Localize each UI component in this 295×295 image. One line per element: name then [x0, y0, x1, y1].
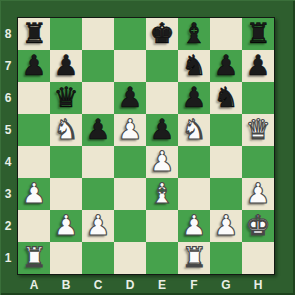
square-e3[interactable]: ♝: [146, 178, 178, 210]
square-g3[interactable]: [210, 178, 242, 210]
file-label-d: D: [114, 275, 146, 295]
rank-label-6: 6: [0, 82, 16, 114]
piece-white-pawn[interactable]: ♟: [53, 210, 78, 242]
square-c5[interactable]: ♟: [82, 114, 114, 146]
square-e2[interactable]: [146, 210, 178, 242]
file-label-c: C: [82, 275, 114, 295]
square-a7[interactable]: ♟: [18, 50, 50, 82]
piece-black-rook[interactable]: ♜: [245, 18, 270, 50]
square-b4[interactable]: [50, 146, 82, 178]
square-c1[interactable]: [82, 242, 114, 274]
square-a2[interactable]: [18, 210, 50, 242]
piece-black-pawn[interactable]: ♟: [117, 82, 142, 114]
piece-black-pawn[interactable]: ♟: [245, 50, 270, 82]
square-b8[interactable]: [50, 18, 82, 50]
square-d8[interactable]: [114, 18, 146, 50]
rank-label-7: 7: [0, 50, 16, 82]
square-d1[interactable]: [114, 242, 146, 274]
file-label-h: H: [242, 275, 274, 295]
square-d2[interactable]: [114, 210, 146, 242]
square-g8[interactable]: [210, 18, 242, 50]
square-e1[interactable]: [146, 242, 178, 274]
piece-black-knight[interactable]: ♞: [213, 82, 238, 114]
piece-white-rook[interactable]: ♜: [181, 242, 206, 274]
square-b1[interactable]: [50, 242, 82, 274]
square-c3[interactable]: [82, 178, 114, 210]
square-f4[interactable]: [178, 146, 210, 178]
piece-white-pawn[interactable]: ♟: [21, 178, 46, 210]
square-d6[interactable]: ♟: [114, 82, 146, 114]
square-e5[interactable]: ♟: [146, 114, 178, 146]
square-c6[interactable]: [82, 82, 114, 114]
square-c2[interactable]: ♟: [82, 210, 114, 242]
square-b5[interactable]: ♞: [50, 114, 82, 146]
piece-white-bishop[interactable]: ♝: [149, 178, 174, 210]
rank-label-3: 3: [0, 178, 16, 210]
square-g2[interactable]: ♟: [210, 210, 242, 242]
square-h3[interactable]: ♟: [242, 178, 274, 210]
square-h8[interactable]: ♜: [242, 18, 274, 50]
square-b7[interactable]: ♟: [50, 50, 82, 82]
square-a4[interactable]: [18, 146, 50, 178]
square-g1[interactable]: [210, 242, 242, 274]
square-h2[interactable]: ♚: [242, 210, 274, 242]
square-h4[interactable]: [242, 146, 274, 178]
file-label-a: A: [18, 275, 50, 295]
square-f7[interactable]: ♞: [178, 50, 210, 82]
piece-white-pawn[interactable]: ♟: [117, 114, 142, 146]
piece-black-pawn[interactable]: ♟: [53, 50, 78, 82]
rank-label-2: 2: [0, 210, 16, 242]
piece-black-king[interactable]: ♚: [149, 18, 174, 50]
piece-black-knight[interactable]: ♞: [181, 50, 206, 82]
file-labels: ABCDEFGH: [18, 275, 274, 295]
square-b2[interactable]: ♟: [50, 210, 82, 242]
file-label-g: G: [210, 275, 242, 295]
square-g6[interactable]: ♞: [210, 82, 242, 114]
square-h1[interactable]: [242, 242, 274, 274]
square-f2[interactable]: ♟: [178, 210, 210, 242]
chess-board: ♜♚♝♜♟♟♞♟♟♛♟♟♞♞♟♟♟♞♛♟♟♝♟♟♟♟♟♚♜♜: [17, 17, 275, 275]
piece-black-pawn[interactable]: ♟: [149, 114, 174, 146]
square-h6[interactable]: [242, 82, 274, 114]
piece-white-pawn[interactable]: ♟: [85, 210, 110, 242]
square-g7[interactable]: ♟: [210, 50, 242, 82]
piece-black-pawn[interactable]: ♟: [21, 50, 46, 82]
chessboard-frame: 87654321 ♜♚♝♜♟♟♞♟♟♛♟♟♞♞♟♟♟♞♛♟♟♝♟♟♟♟♟♚♜♜ …: [0, 0, 295, 295]
square-e7[interactable]: [146, 50, 178, 82]
piece-white-pawn[interactable]: ♟: [149, 146, 174, 178]
rank-label-4: 4: [0, 146, 16, 178]
rank-label-5: 5: [0, 114, 16, 146]
piece-white-king[interactable]: ♚: [245, 210, 270, 242]
square-d4[interactable]: [114, 146, 146, 178]
square-b3[interactable]: [50, 178, 82, 210]
square-d3[interactable]: [114, 178, 146, 210]
square-h7[interactable]: ♟: [242, 50, 274, 82]
file-label-f: F: [178, 275, 210, 295]
square-f1[interactable]: ♜: [178, 242, 210, 274]
square-f3[interactable]: [178, 178, 210, 210]
square-c8[interactable]: [82, 18, 114, 50]
piece-white-pawn[interactable]: ♟: [213, 210, 238, 242]
square-f5[interactable]: ♞: [178, 114, 210, 146]
piece-white-queen[interactable]: ♛: [245, 114, 270, 146]
square-f6[interactable]: ♟: [178, 82, 210, 114]
square-g5[interactable]: [210, 114, 242, 146]
piece-black-queen[interactable]: ♛: [53, 82, 78, 114]
square-e8[interactable]: ♚: [146, 18, 178, 50]
square-d7[interactable]: [114, 50, 146, 82]
square-b6[interactable]: ♛: [50, 82, 82, 114]
square-e6[interactable]: [146, 82, 178, 114]
piece-white-pawn[interactable]: ♟: [181, 210, 206, 242]
rank-labels: 87654321: [0, 17, 17, 275]
square-a5[interactable]: [18, 114, 50, 146]
square-a3[interactable]: ♟: [18, 178, 50, 210]
piece-black-pawn[interactable]: ♟: [181, 82, 206, 114]
file-label-b: B: [50, 275, 82, 295]
piece-black-rook[interactable]: ♜: [21, 18, 46, 50]
square-c4[interactable]: [82, 146, 114, 178]
rank-label-1: 1: [0, 242, 16, 274]
square-a1[interactable]: ♜: [18, 242, 50, 274]
rank-label-8: 8: [0, 18, 16, 50]
piece-black-pawn[interactable]: ♟: [213, 50, 238, 82]
square-d5[interactable]: ♟: [114, 114, 146, 146]
square-g4[interactable]: [210, 146, 242, 178]
square-h5[interactable]: ♛: [242, 114, 274, 146]
square-e4[interactable]: ♟: [146, 146, 178, 178]
piece-black-bishop[interactable]: ♝: [181, 18, 206, 50]
piece-white-knight[interactable]: ♞: [53, 114, 78, 146]
piece-white-knight[interactable]: ♞: [181, 114, 206, 146]
square-a8[interactable]: ♜: [18, 18, 50, 50]
piece-white-pawn[interactable]: ♟: [245, 178, 270, 210]
square-c7[interactable]: [82, 50, 114, 82]
square-a6[interactable]: [18, 82, 50, 114]
square-f8[interactable]: ♝: [178, 18, 210, 50]
piece-black-pawn[interactable]: ♟: [85, 114, 110, 146]
file-label-e: E: [146, 275, 178, 295]
piece-white-rook[interactable]: ♜: [21, 242, 46, 274]
